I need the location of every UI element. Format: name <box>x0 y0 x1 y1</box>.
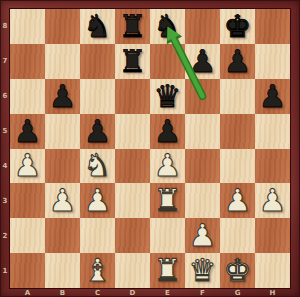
square-e3[interactable]: ♜ <box>150 183 185 218</box>
square-e2[interactable] <box>150 218 185 253</box>
square-a5[interactable]: ♟ <box>10 114 45 149</box>
piece-white-pawn-f2[interactable]: ♟ <box>189 220 217 251</box>
square-f2[interactable]: ♟ <box>185 218 220 253</box>
rank-label-1: 1 <box>3 267 8 275</box>
piece-black-king-g8[interactable]: ♚ <box>224 11 252 42</box>
square-a8[interactable] <box>10 9 45 44</box>
square-d6[interactable] <box>115 79 150 114</box>
square-e1[interactable]: ♜ <box>150 253 185 288</box>
piece-white-king-g1[interactable]: ♚ <box>224 255 252 286</box>
square-d3[interactable] <box>115 183 150 218</box>
square-g6[interactable] <box>220 79 255 114</box>
rank-label-3: 3 <box>3 197 8 205</box>
file-label-D: D <box>130 289 136 297</box>
square-d7[interactable]: ♜ <box>115 44 150 79</box>
file-label-G: G <box>235 289 241 297</box>
square-f3[interactable] <box>185 183 220 218</box>
piece-black-pawn-h6[interactable]: ♟ <box>259 81 287 112</box>
file-label-A: A <box>25 289 30 297</box>
square-g2[interactable] <box>220 218 255 253</box>
square-c2[interactable] <box>80 218 115 253</box>
square-b8[interactable] <box>45 9 80 44</box>
square-d8[interactable]: ♜ <box>115 9 150 44</box>
square-c1[interactable]: ♝ <box>80 253 115 288</box>
square-f6[interactable] <box>185 79 220 114</box>
square-g8[interactable]: ♚ <box>220 9 255 44</box>
piece-white-rook-e1[interactable]: ♜ <box>154 255 182 286</box>
file-label-E: E <box>165 289 170 297</box>
chessboard-frame: ♞♜♞♚♜♟♟♟♛♟♟♟♟♟♞♟♟♟♜♟♟♟♝♜♛♚ 87654321ABCDE… <box>0 0 300 297</box>
square-b7[interactable] <box>45 44 80 79</box>
square-a3[interactable] <box>10 183 45 218</box>
piece-black-queen-e6[interactable]: ♛ <box>154 81 182 112</box>
square-a4[interactable]: ♟ <box>10 149 45 184</box>
square-h6[interactable]: ♟ <box>255 79 290 114</box>
square-d1[interactable] <box>115 253 150 288</box>
piece-black-pawn-f7[interactable]: ♟ <box>189 46 217 77</box>
piece-black-pawn-b6[interactable]: ♟ <box>49 81 77 112</box>
square-a2[interactable] <box>10 218 45 253</box>
square-c5[interactable]: ♟ <box>80 114 115 149</box>
square-h4[interactable] <box>255 149 290 184</box>
square-b3[interactable]: ♟ <box>45 183 80 218</box>
piece-black-knight-e8[interactable]: ♞ <box>154 11 182 42</box>
file-label-F: F <box>200 289 205 297</box>
square-f8[interactable] <box>185 9 220 44</box>
piece-white-pawn-a4[interactable]: ♟ <box>14 150 42 181</box>
square-g7[interactable]: ♟ <box>220 44 255 79</box>
square-g4[interactable] <box>220 149 255 184</box>
square-e7[interactable] <box>150 44 185 79</box>
square-h2[interactable] <box>255 218 290 253</box>
piece-white-pawn-e4[interactable]: ♟ <box>154 150 182 181</box>
square-h3[interactable]: ♟ <box>255 183 290 218</box>
square-b1[interactable] <box>45 253 80 288</box>
square-a6[interactable] <box>10 79 45 114</box>
piece-white-pawn-h3[interactable]: ♟ <box>259 185 287 216</box>
square-e5[interactable]: ♟ <box>150 114 185 149</box>
square-h1[interactable] <box>255 253 290 288</box>
rank-label-2: 2 <box>3 232 8 240</box>
square-b4[interactable] <box>45 149 80 184</box>
square-f7[interactable]: ♟ <box>185 44 220 79</box>
square-a7[interactable] <box>10 44 45 79</box>
rank-label-6: 6 <box>3 92 8 100</box>
piece-white-rook-e3[interactable]: ♜ <box>154 185 182 216</box>
piece-black-knight-c8[interactable]: ♞ <box>84 11 112 42</box>
piece-white-pawn-g3[interactable]: ♟ <box>224 185 252 216</box>
piece-white-queen-f1[interactable]: ♛ <box>189 255 217 286</box>
board: ♞♜♞♚♜♟♟♟♛♟♟♟♟♟♞♟♟♟♜♟♟♟♝♜♛♚ <box>10 9 290 288</box>
square-f1[interactable]: ♛ <box>185 253 220 288</box>
square-h7[interactable] <box>255 44 290 79</box>
file-label-C: C <box>95 289 100 297</box>
rank-label-7: 7 <box>3 57 8 65</box>
square-b6[interactable]: ♟ <box>45 79 80 114</box>
file-label-H: H <box>270 289 276 297</box>
square-f5[interactable] <box>185 114 220 149</box>
file-label-B: B <box>60 289 65 297</box>
piece-white-bishop-c1[interactable]: ♝ <box>84 255 112 286</box>
square-c3[interactable]: ♟ <box>80 183 115 218</box>
square-b2[interactable] <box>45 218 80 253</box>
square-c7[interactable] <box>80 44 115 79</box>
square-d2[interactable] <box>115 218 150 253</box>
square-c4[interactable]: ♞ <box>80 149 115 184</box>
rank-label-8: 8 <box>3 22 8 30</box>
piece-black-rook-d8[interactable]: ♜ <box>119 11 147 42</box>
square-f4[interactable] <box>185 149 220 184</box>
square-e4[interactable]: ♟ <box>150 149 185 184</box>
square-e8[interactable]: ♞ <box>150 9 185 44</box>
piece-black-pawn-g7[interactable]: ♟ <box>224 46 252 77</box>
piece-black-pawn-e5[interactable]: ♟ <box>154 116 182 147</box>
piece-black-pawn-a5[interactable]: ♟ <box>14 116 42 147</box>
square-h5[interactable] <box>255 114 290 149</box>
square-e6[interactable]: ♛ <box>150 79 185 114</box>
square-a1[interactable] <box>10 253 45 288</box>
square-c6[interactable] <box>80 79 115 114</box>
rank-label-5: 5 <box>3 127 8 135</box>
piece-black-rook-d7[interactable]: ♜ <box>119 46 147 77</box>
piece-white-pawn-b3[interactable]: ♟ <box>49 185 77 216</box>
piece-white-pawn-c3[interactable]: ♟ <box>84 185 112 216</box>
square-d5[interactable] <box>115 114 150 149</box>
piece-black-pawn-c5[interactable]: ♟ <box>84 116 112 147</box>
square-d4[interactable] <box>115 149 150 184</box>
square-h8[interactable] <box>255 9 290 44</box>
rank-label-4: 4 <box>3 162 8 170</box>
square-g1[interactable]: ♚ <box>220 253 255 288</box>
piece-white-knight-c4[interactable]: ♞ <box>84 150 112 181</box>
square-c8[interactable]: ♞ <box>80 9 115 44</box>
square-g5[interactable] <box>220 114 255 149</box>
square-g3[interactable]: ♟ <box>220 183 255 218</box>
square-b5[interactable] <box>45 114 80 149</box>
